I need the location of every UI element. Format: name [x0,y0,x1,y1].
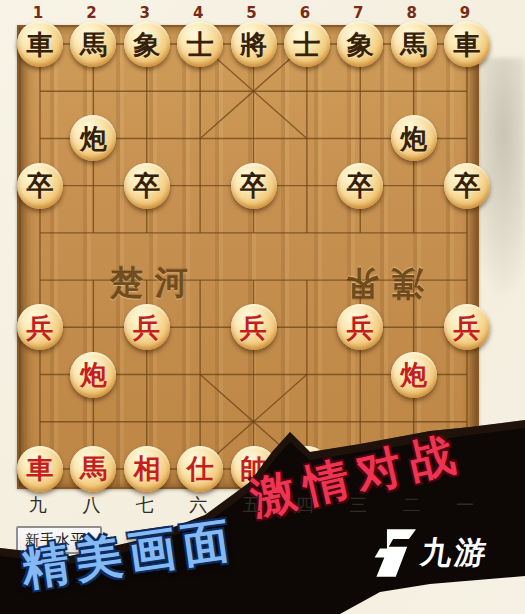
top-coordinate-label: 9 [460,4,470,22]
piece-black[interactable]: 卒 [337,163,383,209]
piece-black[interactable]: 卒 [444,163,490,209]
piece-red[interactable]: 相 [124,446,170,492]
piece-red[interactable]: 車 [17,446,63,492]
top-coordinate-label: 6 [300,4,310,22]
jiuyou-logo-text: 九游 [418,532,492,574]
slogan-blue: 精美画面 [18,508,241,600]
board-grid [19,27,477,487]
piece-red[interactable]: 車 [444,446,490,492]
jiuyou-logo: 九游 [372,527,489,579]
xiangqi-game-screen: 楚河 漢界 車馬象士將士象馬車炮炮卒卒卒卒卒兵兵兵兵兵炮炮車馬相仕帥仕相馬車 新… [0,0,525,614]
bottom-coordinate-label: 二 [403,493,421,517]
bottom-coordinate-label: 六 [189,493,207,517]
piece-red[interactable]: 兵 [17,304,63,350]
piece-red[interactable]: 兵 [231,304,277,350]
top-coordinate-label: 2 [86,4,96,22]
piece-black[interactable]: 象 [337,21,383,67]
piece-red[interactable]: 馬 [391,446,437,492]
top-coordinate-label: 7 [353,4,363,22]
top-coordinate-label: 1 [33,4,43,22]
piece-black[interactable]: 馬 [391,21,437,67]
bottom-coordinate-label: 七 [136,493,154,517]
bottom-coordinate-label: 一 [456,493,474,517]
piece-black[interactable]: 車 [17,21,63,67]
top-coordinate-label: 8 [406,4,416,22]
piece-black[interactable]: 卒 [17,163,63,209]
difficulty-button[interactable]: 新手水平 [16,526,102,554]
piece-red[interactable]: 帥 [231,446,277,492]
piece-black[interactable]: 將 [231,21,277,67]
bottom-coordinate-label: 八 [82,493,100,517]
piece-black[interactable]: 卒 [124,163,170,209]
piece-red[interactable]: 兵 [444,304,490,350]
piece-red[interactable]: 相 [337,446,383,492]
top-coordinate-label: 4 [193,4,203,22]
piece-black[interactable]: 卒 [231,163,277,209]
river-label-han: 漢界 [327,263,431,303]
piece-red[interactable]: 仕 [284,446,330,492]
jiuyou-logo-icon [372,527,416,579]
piece-red[interactable]: 炮 [391,352,437,398]
piece-red[interactable]: 炮 [70,352,116,398]
piece-black[interactable]: 士 [284,21,330,67]
bottom-coordinate-label: 四 [296,493,314,517]
bottom-coordinate-label: 三 [349,493,367,517]
top-coordinate-label: 5 [246,4,256,22]
bottom-coordinate-label: 九 [29,493,47,517]
piece-black[interactable]: 象 [124,21,170,67]
piece-black[interactable]: 士 [177,21,223,67]
piece-red[interactable]: 仕 [177,446,223,492]
river-label-chu: 楚河 [103,263,207,303]
piece-black[interactable]: 炮 [391,115,437,161]
piece-black[interactable]: 車 [444,21,490,67]
xiangqi-board[interactable]: 楚河 漢界 車馬象士將士象馬車炮炮卒卒卒卒卒兵兵兵兵兵炮炮車馬相仕帥仕相馬車 [17,25,479,489]
piece-red[interactable]: 兵 [124,304,170,350]
top-coordinate-label: 3 [140,4,150,22]
bottom-coordinate-label: 五 [243,493,261,517]
